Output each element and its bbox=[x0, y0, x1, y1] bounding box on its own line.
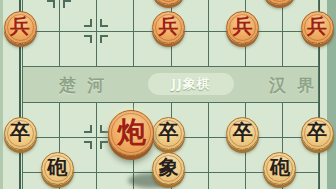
point-marker bbox=[83, 124, 109, 150]
piece-character: 兵 bbox=[159, 16, 179, 36]
piece-red-soldier-file4[interactable]: 兵 bbox=[152, 11, 185, 44]
piece-black-soldier-file4[interactable]: 卒 bbox=[152, 117, 185, 150]
screen-left-edge bbox=[0, 0, 3, 189]
piece-red-soldier-file0[interactable]: 兵 bbox=[4, 11, 37, 44]
piece-character: 砲 bbox=[270, 157, 290, 177]
app-logo-pill: JJ象棋 bbox=[148, 73, 234, 95]
piece-character: 象 bbox=[159, 157, 179, 177]
piece-red-soldier-file8[interactable]: 兵 bbox=[301, 11, 334, 44]
piece-character: 兵 bbox=[10, 16, 30, 36]
river-label-chuhe: 楚河 bbox=[59, 74, 115, 97]
point-marker bbox=[83, 18, 109, 44]
app-logo-text: JJ象棋 bbox=[171, 75, 211, 93]
piece-character: 卒 bbox=[307, 122, 327, 142]
piece-black-cannon-right[interactable]: 砲 bbox=[263, 152, 296, 185]
piece-black-elephant-center[interactable]: 象 bbox=[152, 152, 185, 185]
piece-black-cannon-left[interactable]: 砲 bbox=[41, 152, 74, 185]
piece-character: 卒 bbox=[233, 122, 253, 142]
piece-character: 砲 bbox=[47, 157, 67, 177]
piece-character: 卒 bbox=[159, 122, 179, 142]
piece-character: 兵 bbox=[307, 16, 327, 36]
piece-red-soldier-file6[interactable]: 兵 bbox=[226, 11, 259, 44]
xiangqi-game-screen: 楚河 JJ象棋 汉界 相炮兵兵兵兵炮卒卒卒卒砲象砲 bbox=[0, 0, 336, 189]
piece-black-soldier-file6[interactable]: 卒 bbox=[226, 117, 259, 150]
river-label-hanjie: 汉界 bbox=[269, 74, 325, 97]
point-marker bbox=[46, 0, 72, 9]
piece-character: 兵 bbox=[233, 16, 253, 36]
piece-character: 炮 bbox=[117, 118, 146, 147]
piece-engraved-ring bbox=[266, 0, 293, 2]
piece-character: 卒 bbox=[10, 122, 30, 142]
piece-engraved-ring bbox=[155, 0, 182, 2]
piece-black-soldier-file8[interactable]: 卒 bbox=[301, 117, 334, 150]
board-point[interactable] bbox=[208, 172, 245, 189]
river-band: 楚河 JJ象棋 汉界 bbox=[22, 67, 319, 102]
piece-black-soldier-file0[interactable]: 卒 bbox=[4, 117, 37, 150]
